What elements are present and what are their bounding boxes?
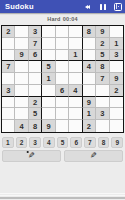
cell-r2c2[interactable] — [15, 38, 28, 50]
cell-r1c3[interactable]: 3 — [29, 26, 42, 38]
numpad-1[interactable]: 1 — [2, 137, 14, 148]
cell-r3c6[interactable]: 1 — [69, 50, 82, 62]
cell-r8c1[interactable] — [2, 108, 15, 120]
app-title: Sudoku — [0, 2, 34, 11]
numpad-2[interactable]: 2 — [16, 137, 28, 148]
divider — [0, 197, 125, 199]
cell-r1c8[interactable]: 9 — [96, 26, 109, 38]
cell-r2c7[interactable] — [83, 38, 96, 50]
cell-r3c4[interactable] — [42, 50, 55, 62]
pencil-icon: ✎ — [90, 152, 97, 160]
cell-r1c7[interactable]: 8 — [83, 26, 96, 38]
numpad-6[interactable]: 6 — [70, 137, 82, 148]
cell-r8c6[interactable] — [69, 108, 82, 120]
cell-r2c4[interactable] — [42, 38, 55, 50]
cell-r6c7[interactable] — [83, 85, 96, 97]
pause-icon[interactable] — [99, 2, 107, 11]
cell-r7c1[interactable] — [2, 97, 15, 109]
cell-r6c6[interactable]: 4 — [69, 85, 82, 97]
app-bar: Sudoku — [0, 0, 125, 13]
cell-r8c2[interactable] — [15, 108, 28, 120]
cell-r2c1[interactable] — [2, 38, 15, 50]
number-pad: 123456789 — [0, 137, 125, 148]
cell-r1c2[interactable] — [15, 26, 28, 38]
cell-r4c1[interactable]: 7 — [2, 61, 15, 73]
cell-r9c2[interactable]: 4 — [15, 120, 28, 132]
status-line: Hard 00:04 — [0, 13, 125, 25]
cell-r9c5[interactable] — [56, 120, 69, 132]
cell-r8c4[interactable] — [42, 108, 55, 120]
cell-r4c6[interactable] — [69, 61, 82, 73]
rewind-glyph — [86, 5, 90, 9]
numpad-8[interactable]: 8 — [98, 137, 110, 148]
pen-icon: ✎ — [28, 152, 35, 160]
cell-r7c9[interactable] — [110, 97, 123, 109]
cell-r5c9[interactable]: 9 — [110, 73, 123, 85]
cell-r7c8[interactable] — [96, 97, 109, 109]
cell-r6c3[interactable] — [29, 85, 42, 97]
cell-r1c9[interactable] — [110, 26, 123, 38]
numpad-7[interactable]: 7 — [84, 137, 96, 148]
divider — [0, 193, 125, 194]
cell-r4c2[interactable] — [15, 61, 28, 73]
cell-r6c2[interactable] — [15, 85, 28, 97]
cell-r8c5[interactable] — [56, 108, 69, 120]
cell-r9c9[interactable] — [110, 120, 123, 132]
cell-r4c4[interactable]: 5 — [42, 61, 55, 73]
cell-r7c5[interactable] — [56, 97, 69, 109]
cell-r3c8[interactable]: 5 — [96, 50, 109, 62]
cell-r3c7[interactable] — [83, 50, 96, 62]
pencil-button[interactable]: ✎ — [64, 150, 123, 162]
cell-r4c7[interactable]: 4 — [83, 61, 96, 73]
cell-r2c3[interactable]: 7 — [29, 38, 42, 50]
cell-r3c1[interactable] — [2, 50, 15, 62]
appbar-actions — [84, 0, 122, 13]
numpad-5[interactable]: 5 — [57, 137, 69, 148]
cell-r5c4[interactable]: 1 — [42, 73, 55, 85]
cell-r3c2[interactable]: 9 — [15, 50, 28, 62]
cell-r5c6[interactable] — [69, 73, 82, 85]
hint-glyph — [114, 3, 122, 11]
pause-glyph — [100, 4, 105, 10]
rewind-icon[interactable] — [84, 2, 92, 11]
cell-r5c1[interactable] — [2, 73, 15, 85]
cell-r4c9[interactable] — [110, 61, 123, 73]
divider — [0, 195, 125, 196]
cell-r9c7[interactable]: 2 — [83, 120, 96, 132]
numpad-9[interactable]: 9 — [111, 137, 123, 148]
cell-r8c8[interactable]: 3 — [96, 108, 109, 120]
cell-r8c9[interactable] — [110, 108, 123, 120]
hint-icon[interactable] — [114, 2, 122, 11]
cell-r1c5[interactable] — [56, 26, 69, 38]
cell-r4c8[interactable]: 8 — [96, 61, 109, 73]
tool-buttons: ✎ ✎ — [0, 150, 125, 162]
cell-r5c8[interactable]: 7 — [96, 73, 109, 85]
cell-r5c5[interactable] — [56, 73, 69, 85]
cell-r8c3[interactable]: 5 — [29, 108, 42, 120]
cell-r6c8[interactable] — [96, 85, 109, 97]
cell-r9c1[interactable] — [2, 120, 15, 132]
cell-r3c5[interactable] — [56, 50, 69, 62]
numpad-3[interactable]: 3 — [29, 137, 41, 148]
timer-label: 00:04 — [63, 16, 78, 22]
cell-r6c4[interactable] — [42, 85, 55, 97]
cell-r6c5[interactable]: 6 — [56, 85, 69, 97]
cell-r7c3[interactable]: 2 — [29, 97, 42, 109]
cell-r7c4[interactable] — [42, 97, 55, 109]
cell-r8c7[interactable]: 1 — [83, 108, 96, 120]
cell-r5c2[interactable] — [15, 73, 28, 85]
cell-r7c7[interactable]: 9 — [83, 97, 96, 109]
cell-r3c3[interactable]: 6 — [29, 50, 42, 62]
pen-button[interactable]: ✎ — [2, 150, 61, 162]
cell-r3c9[interactable]: 3 — [110, 50, 123, 62]
bottom-panel — [0, 163, 125, 200]
cell-r5c3[interactable] — [29, 73, 42, 85]
cell-r2c8[interactable]: 2 — [96, 38, 109, 50]
cell-r7c2[interactable] — [15, 97, 28, 109]
cell-r7c6[interactable] — [69, 97, 82, 109]
cell-r5c7[interactable] — [83, 73, 96, 85]
sudoku-board: 23897219615375481793642295134892 — [1, 25, 124, 133]
cell-r2c9[interactable]: 1 — [110, 38, 123, 50]
cell-r6c1[interactable]: 3 — [2, 85, 15, 97]
cell-r9c6[interactable] — [69, 120, 82, 132]
cell-r2c6[interactable] — [69, 38, 82, 50]
cell-r9c4[interactable]: 9 — [42, 120, 55, 132]
cell-r1c1[interactable]: 2 — [2, 26, 15, 38]
numpad-4[interactable]: 4 — [43, 137, 55, 148]
cell-r6c9[interactable]: 2 — [110, 85, 123, 97]
cell-r1c6[interactable] — [69, 26, 82, 38]
cell-r9c8[interactable] — [96, 120, 109, 132]
cell-r4c5[interactable] — [56, 61, 69, 73]
cell-r9c3[interactable]: 8 — [29, 120, 42, 132]
cell-r2c5[interactable] — [56, 38, 69, 50]
cell-r1c4[interactable] — [42, 26, 55, 38]
difficulty-label: Hard — [47, 16, 60, 22]
cell-r4c3[interactable] — [29, 61, 42, 73]
